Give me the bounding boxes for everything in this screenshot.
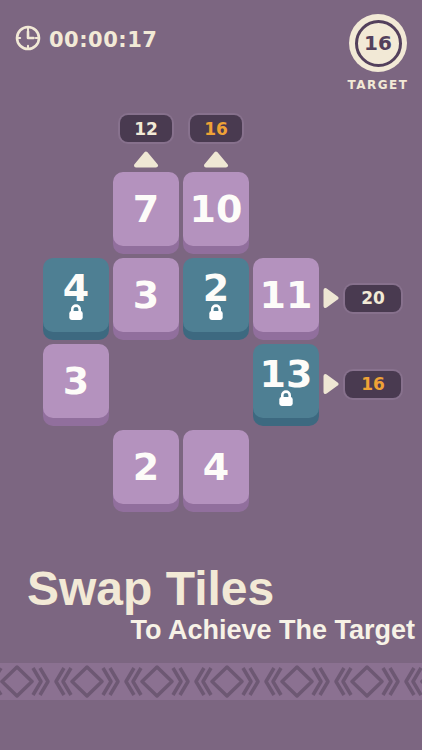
lock-icon (208, 303, 225, 325)
footer-title: Swap Tiles (27, 561, 274, 616)
tile-r2c4[interactable]: 11 (253, 258, 319, 332)
column-sum-arrow-icon (203, 151, 229, 172)
target-label: TARGET (347, 78, 409, 92)
tile-r4c3[interactable]: 4 (183, 430, 249, 504)
target-ring: 16 (355, 20, 402, 67)
timer-value: 00:00:17 (49, 28, 157, 52)
column-sum-badge: 12 (120, 115, 172, 142)
tile-value: 7 (133, 190, 159, 228)
lock-icon (278, 389, 295, 411)
tile-value: 13 (260, 355, 313, 393)
target-badge: 16 (349, 14, 407, 72)
lock-icon (68, 303, 85, 325)
tile-value: 11 (260, 276, 313, 314)
clock-icon (14, 24, 42, 56)
row-sum-badge: 20 (345, 285, 401, 312)
game-screen: 00:00:17 16 TARGET 710432113132412162016… (0, 0, 422, 750)
row-sum-arrow-icon (323, 287, 339, 313)
tile-value: 10 (190, 190, 243, 228)
tile-r2c1: 4 (43, 258, 109, 332)
tile-value: 2 (203, 269, 229, 307)
row-sum-badge: 16 (345, 371, 401, 398)
column-sum-badge: 16 (190, 115, 242, 142)
decorative-pattern-band (0, 663, 422, 700)
footer-subtitle: To Achieve The Target (130, 615, 415, 646)
tile-value: 2 (133, 448, 159, 486)
tile-value: 4 (203, 448, 229, 486)
tile-r1c3[interactable]: 10 (183, 172, 249, 246)
target-display: 16 TARGET (347, 14, 409, 92)
tile-r2c3: 2 (183, 258, 249, 332)
board: 710432113132412162016 (43, 172, 319, 504)
tile-r3c4: 13 (253, 344, 319, 418)
tile-r3c1[interactable]: 3 (43, 344, 109, 418)
row-sum-arrow-icon (323, 373, 339, 399)
timer: 00:00:17 (14, 24, 157, 56)
column-sum-arrow-icon (133, 151, 159, 172)
tile-r1c2[interactable]: 7 (113, 172, 179, 246)
tile-r2c2[interactable]: 3 (113, 258, 179, 332)
tile-r4c2[interactable]: 2 (113, 430, 179, 504)
tile-value: 4 (63, 269, 89, 307)
target-value: 16 (364, 31, 392, 55)
tile-value: 3 (63, 362, 89, 400)
tile-value: 3 (133, 276, 159, 314)
